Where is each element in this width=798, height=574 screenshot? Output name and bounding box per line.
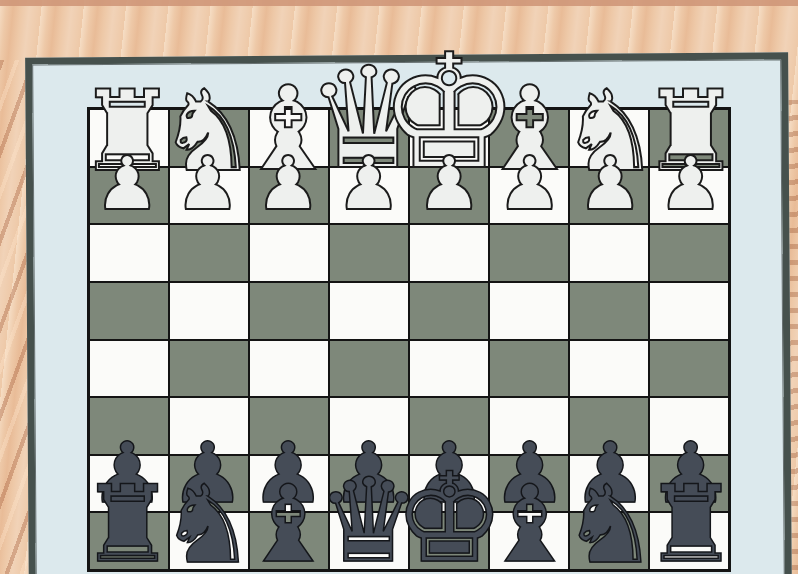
square-r3-c3[interactable] — [250, 225, 328, 281]
square-r4-c7[interactable] — [570, 283, 648, 339]
piece-wP-r2c3[interactable]: ♟ — [255, 146, 321, 220]
square-r5-c1[interactable] — [90, 341, 168, 397]
piece-bR-r8c8[interactable]: ♜ — [643, 472, 738, 574]
piece-wP-r2c1[interactable]: ♟ — [94, 146, 160, 220]
piece-wP-r2c2[interactable]: ♟ — [175, 146, 241, 220]
square-r3-c1[interactable] — [90, 225, 168, 281]
square-r5-c5[interactable] — [410, 341, 488, 397]
piece-wP-r2c4[interactable]: ♟ — [336, 146, 402, 220]
square-r4-c2[interactable] — [170, 283, 248, 339]
wood-grain-top-strip — [0, 0, 798, 6]
square-r5-c7[interactable] — [570, 341, 648, 397]
square-r4-c6[interactable] — [490, 283, 568, 339]
square-r5-c8[interactable] — [650, 341, 728, 397]
square-r4-c5[interactable] — [410, 283, 488, 339]
square-r3-c2[interactable] — [170, 225, 248, 281]
square-r3-c7[interactable] — [570, 225, 648, 281]
square-r3-c6[interactable] — [490, 225, 568, 281]
piece-wP-r2c5[interactable]: ♟ — [416, 146, 482, 220]
square-r3-c5[interactable] — [410, 225, 488, 281]
square-r4-c8[interactable] — [650, 283, 728, 339]
square-r4-c3[interactable] — [250, 283, 328, 339]
square-r5-c6[interactable] — [490, 341, 568, 397]
square-r3-c4[interactable] — [330, 225, 408, 281]
square-r3-c8[interactable] — [650, 225, 728, 281]
wooden-table-background: ♜♞♝♛♚♝♞♜♟♟♟♟♟♟♟♟♟♟♟♟♟♟♟♟♜♞♝♛♚♝♞♜ — [0, 0, 798, 574]
piece-wP-r2c6[interactable]: ♟ — [497, 146, 563, 220]
piece-wP-r2c7[interactable]: ♟ — [577, 146, 643, 220]
square-r5-c3[interactable] — [250, 341, 328, 397]
square-r4-c4[interactable] — [330, 283, 408, 339]
square-r4-c1[interactable] — [90, 283, 168, 339]
piece-wP-r2c8[interactable]: ♟ — [658, 146, 724, 220]
square-r5-c4[interactable] — [330, 341, 408, 397]
square-r5-c2[interactable] — [170, 341, 248, 397]
